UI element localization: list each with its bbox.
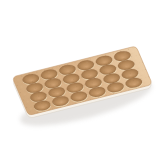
- muffin-pan-photo: [0, 0, 160, 160]
- product-photo: [0, 0, 160, 160]
